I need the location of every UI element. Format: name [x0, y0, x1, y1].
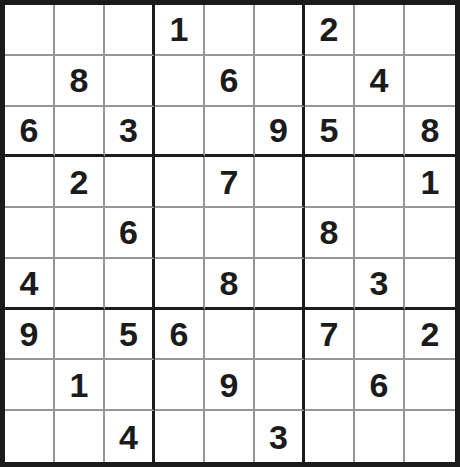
- given-digit: 5: [119, 317, 138, 351]
- given-digit: 9: [269, 113, 288, 147]
- cell-r7c8[interactable]: [355, 310, 405, 361]
- cell-r1c9[interactable]: [405, 5, 455, 56]
- cell-r7c6[interactable]: [255, 310, 305, 361]
- cell-r1c3[interactable]: [105, 5, 155, 56]
- cell-r3c1[interactable]: 6: [5, 107, 55, 158]
- cell-r2c6[interactable]: [255, 56, 305, 107]
- cell-r5c7[interactable]: 8: [305, 208, 355, 259]
- cell-r6c5[interactable]: 8: [205, 259, 255, 310]
- given-digit: 6: [119, 215, 138, 249]
- cell-r8c2[interactable]: 1: [55, 360, 105, 411]
- cell-r5c5[interactable]: [205, 208, 255, 259]
- cell-r9c1[interactable]: [5, 411, 55, 462]
- given-digit: 3: [269, 420, 288, 454]
- cell-r9c5[interactable]: [205, 411, 255, 462]
- cell-r3c7[interactable]: 5: [305, 107, 355, 158]
- cell-r4c2[interactable]: 2: [55, 157, 105, 208]
- cell-r5c8[interactable]: [355, 208, 405, 259]
- cell-r3c9[interactable]: 8: [405, 107, 455, 158]
- cell-r2c8[interactable]: 4: [355, 56, 405, 107]
- given-digit: 2: [70, 165, 89, 199]
- given-digit: 9: [20, 317, 39, 351]
- cell-r2c3[interactable]: [105, 56, 155, 107]
- cell-r6c7[interactable]: [305, 259, 355, 310]
- cell-r2c2[interactable]: 8: [55, 56, 105, 107]
- cell-r5c1[interactable]: [5, 208, 55, 259]
- given-digit: 9: [220, 368, 239, 402]
- cell-r8c3[interactable]: [105, 360, 155, 411]
- given-digit: 8: [220, 266, 239, 300]
- cell-r8c7[interactable]: [305, 360, 355, 411]
- cell-r7c7[interactable]: 7: [305, 310, 355, 361]
- given-digit: 4: [370, 63, 389, 97]
- cell-r4c1[interactable]: [5, 157, 55, 208]
- cell-r1c1[interactable]: [5, 5, 55, 56]
- cell-r3c8[interactable]: [355, 107, 405, 158]
- cell-r4c6[interactable]: [255, 157, 305, 208]
- cell-r8c1[interactable]: [5, 360, 55, 411]
- cell-r3c4[interactable]: [155, 107, 205, 158]
- cell-r9c8[interactable]: [355, 411, 405, 462]
- cell-r7c5[interactable]: [205, 310, 255, 361]
- cell-r9c6[interactable]: 3: [255, 411, 305, 462]
- cell-r2c7[interactable]: [305, 56, 355, 107]
- cell-r8c9[interactable]: [405, 360, 455, 411]
- cell-r6c6[interactable]: [255, 259, 305, 310]
- cell-r4c8[interactable]: [355, 157, 405, 208]
- cell-r3c2[interactable]: [55, 107, 105, 158]
- cell-r5c3[interactable]: 6: [105, 208, 155, 259]
- cell-r5c2[interactable]: [55, 208, 105, 259]
- given-digit: 6: [370, 368, 389, 402]
- cell-r4c5[interactable]: 7: [205, 157, 255, 208]
- cell-r4c9[interactable]: 1: [405, 157, 455, 208]
- cell-r6c4[interactable]: [155, 259, 205, 310]
- cell-r1c8[interactable]: [355, 5, 405, 56]
- cell-r2c9[interactable]: [405, 56, 455, 107]
- given-digit: 1: [170, 12, 189, 46]
- given-digit: 3: [370, 266, 389, 300]
- cell-r7c3[interactable]: 5: [105, 310, 155, 361]
- given-digit: 6: [170, 317, 189, 351]
- cell-r4c4[interactable]: [155, 157, 205, 208]
- given-digit: 8: [70, 63, 89, 97]
- given-digit: 3: [119, 113, 138, 147]
- given-digit: 8: [421, 113, 440, 147]
- sudoku-page: 1286463958271684839567219643: [0, 0, 460, 467]
- given-digit: 7: [320, 317, 339, 351]
- cell-r9c7[interactable]: [305, 411, 355, 462]
- cell-r8c8[interactable]: 6: [355, 360, 405, 411]
- cell-r7c4[interactable]: 6: [155, 310, 205, 361]
- given-digit: 1: [70, 368, 89, 402]
- cell-r3c3[interactable]: 3: [105, 107, 155, 158]
- cell-r1c4[interactable]: 1: [155, 5, 205, 56]
- cell-r5c9[interactable]: [405, 208, 455, 259]
- given-digit: 1: [421, 165, 440, 199]
- cell-r5c6[interactable]: [255, 208, 305, 259]
- sudoku-board: 1286463958271684839567219643: [0, 0, 460, 467]
- cell-r1c2[interactable]: [55, 5, 105, 56]
- cell-r6c1[interactable]: 4: [5, 259, 55, 310]
- given-digit: 8: [320, 215, 339, 249]
- cell-r7c9[interactable]: 2: [405, 310, 455, 361]
- cell-r4c7[interactable]: [305, 157, 355, 208]
- cell-r2c4[interactable]: [155, 56, 205, 107]
- cell-r6c2[interactable]: [55, 259, 105, 310]
- cell-r8c6[interactable]: [255, 360, 305, 411]
- cell-r6c8[interactable]: 3: [355, 259, 405, 310]
- cell-r4c3[interactable]: [105, 157, 155, 208]
- cell-r7c2[interactable]: [55, 310, 105, 361]
- cell-r1c5[interactable]: [205, 5, 255, 56]
- cell-r9c2[interactable]: [55, 411, 105, 462]
- cell-r1c7[interactable]: 2: [305, 5, 355, 56]
- cell-r6c3[interactable]: [105, 259, 155, 310]
- given-digit: 4: [20, 266, 39, 300]
- cell-r3c5[interactable]: [205, 107, 255, 158]
- cell-r8c4[interactable]: [155, 360, 205, 411]
- cell-r3c6[interactable]: 9: [255, 107, 305, 158]
- cell-r7c1[interactable]: 9: [5, 310, 55, 361]
- cell-r5c4[interactable]: [155, 208, 205, 259]
- cell-r2c5[interactable]: 6: [205, 56, 255, 107]
- given-digit: 2: [320, 12, 339, 46]
- given-digit: 6: [220, 63, 239, 97]
- cell-r8c5[interactable]: 9: [205, 360, 255, 411]
- cell-r9c4[interactable]: [155, 411, 205, 462]
- cell-r1c6[interactable]: [255, 5, 305, 56]
- cell-r6c9[interactable]: [405, 259, 455, 310]
- cell-r9c9[interactable]: [405, 411, 455, 462]
- cell-r9c3[interactable]: 4: [105, 411, 155, 462]
- given-digit: 2: [421, 317, 440, 351]
- given-digit: 6: [20, 113, 39, 147]
- given-digit: 7: [220, 165, 239, 199]
- cell-r2c1[interactable]: [5, 56, 55, 107]
- given-digit: 4: [119, 420, 138, 454]
- given-digit: 5: [320, 113, 339, 147]
